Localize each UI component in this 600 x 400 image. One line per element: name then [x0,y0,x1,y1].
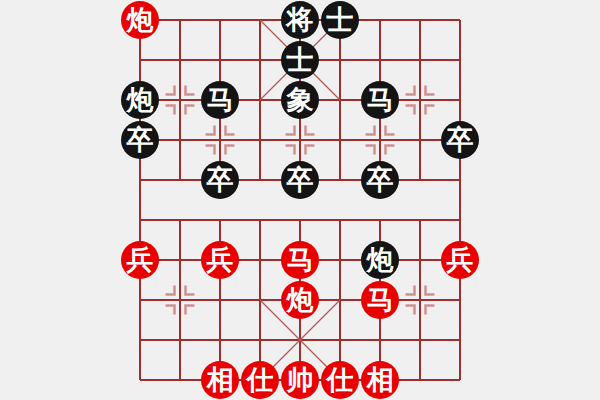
piece-red-elephant[interactable]: 相 [361,361,399,399]
piece-black-general[interactable]: 将 [281,1,319,39]
piece-black-soldier[interactable]: 卒 [441,121,479,159]
piece-red-soldier[interactable]: 兵 [201,241,239,279]
piece-black-horse[interactable]: 马 [361,81,399,119]
piece-red-horse[interactable]: 马 [361,281,399,319]
piece-black-soldier[interactable]: 卒 [361,161,399,199]
piece-red-general[interactable]: 帅 [281,361,319,399]
piece-black-soldier[interactable]: 卒 [201,161,239,199]
piece-red-elephant[interactable]: 相 [201,361,239,399]
piece-black-advisor[interactable]: 士 [281,41,319,79]
piece-black-elephant[interactable]: 象 [281,81,319,119]
xiangqi-board[interactable]: 炮将士士炮马象马卒卒卒卒卒兵兵马炮兵炮马相仕帅仕相 [0,0,600,400]
piece-red-soldier[interactable]: 兵 [441,241,479,279]
piece-red-cannon[interactable]: 炮 [281,281,319,319]
piece-black-cannon[interactable]: 炮 [121,81,159,119]
piece-black-cannon[interactable]: 炮 [361,241,399,279]
piece-black-advisor[interactable]: 士 [321,1,359,39]
piece-red-advisor[interactable]: 仕 [321,361,359,399]
piece-black-soldier[interactable]: 卒 [281,161,319,199]
piece-red-cannon[interactable]: 炮 [121,1,159,39]
piece-red-horse[interactable]: 马 [281,241,319,279]
piece-red-soldier[interactable]: 兵 [121,241,159,279]
piece-red-advisor[interactable]: 仕 [241,361,279,399]
pieces-layer: 炮将士士炮马象马卒卒卒卒卒兵兵马炮兵炮马相仕帅仕相 [0,0,600,400]
piece-black-horse[interactable]: 马 [201,81,239,119]
piece-black-soldier[interactable]: 卒 [121,121,159,159]
